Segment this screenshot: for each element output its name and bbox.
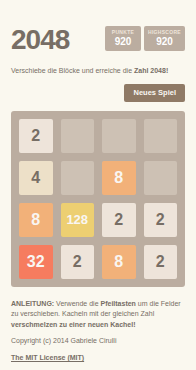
instructions-text: ANLEITUNG: Verwende die Pfeiltasten um d… (11, 299, 185, 331)
empty-cell-r0c1 (61, 119, 95, 153)
button-row: Neues Spiel (11, 81, 185, 102)
instructions-segment-4: verschmelzen zu einer neuen Kachel! (11, 321, 136, 328)
score-value-highscore: 920 (148, 36, 181, 48)
mit-license-link[interactable]: The MIT License (MIT) (11, 354, 84, 361)
instructions-segment-2: Pfeiltasten (100, 300, 135, 307)
tile-8-r1c2: 8 (102, 161, 136, 195)
tile-8-r3c2: 8 (102, 245, 136, 279)
score-value-points: 920 (109, 36, 137, 48)
empty-cell-r1c1 (61, 161, 95, 195)
intro-text: Verschiebe die Blöcke und erreiche die Z… (11, 67, 185, 75)
tile-8-r2c0: 8 (19, 203, 53, 237)
tile-2-r3c1: 2 (61, 245, 95, 279)
intro-text-goal: Zahl 2048! (134, 67, 168, 74)
game-title: 2048 (11, 26, 69, 54)
empty-cell-r1c3 (144, 161, 178, 195)
score-label-points: PUNKTE (109, 29, 137, 36)
tile-2-r2c2: 2 (102, 203, 136, 237)
copyright-text: Copyright (c) 2014 Gabriele Cirulli (11, 336, 185, 346)
board: 24881282232282 (11, 111, 185, 287)
tile-4-r1c0: 4 (19, 161, 53, 195)
page: 2048 PUNKTE 920 HIGHSCORE 920 Verschiebe… (0, 26, 196, 364)
empty-cell-r0c2 (102, 119, 136, 153)
score-box-highscore: HIGHSCORE 920 (144, 26, 185, 51)
tile-128-r2c1: 128 (61, 203, 95, 237)
tile-32-r3c0: 32 (19, 245, 53, 279)
intro-text-plain: Verschiebe die Blöcke und erreiche die (11, 67, 134, 74)
tile-2-r3c3: 2 (144, 245, 178, 279)
tile-2-r2c3: 2 (144, 203, 178, 237)
empty-cell-r0c3 (144, 119, 178, 153)
score-label-highscore: HIGHSCORE (148, 29, 181, 36)
tile-2-r0c0: 2 (19, 119, 53, 153)
score-box-points: PUNKTE 920 (105, 26, 141, 51)
new-game-button[interactable]: Neues Spiel (124, 84, 185, 102)
score-boxes: PUNKTE 920 HIGHSCORE 920 (105, 26, 185, 51)
header: 2048 PUNKTE 920 HIGHSCORE 920 (11, 26, 185, 54)
instructions-segment-1: Verwende die (54, 300, 100, 307)
instructions-segment-0: ANLEITUNG: (11, 300, 54, 307)
